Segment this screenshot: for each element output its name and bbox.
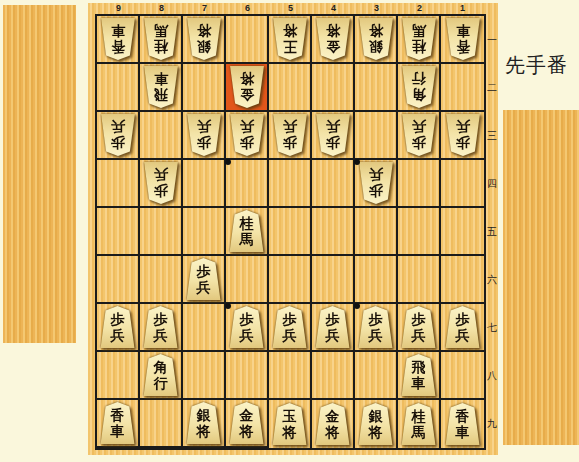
- piece-kanji: 金: [326, 409, 340, 424]
- square-4-3[interactable]: 歩兵: [312, 112, 355, 160]
- piece-sente-pawn[interactable]: 歩兵: [358, 306, 394, 348]
- hoshi-dot: [354, 303, 360, 309]
- piece-face: 銀将: [186, 18, 222, 60]
- piece-face: 歩兵: [445, 306, 481, 348]
- piece-face: 歩兵: [100, 114, 136, 156]
- piece-gote-gold[interactable]: 金将: [315, 18, 351, 60]
- square-4-1[interactable]: 金将: [312, 16, 355, 64]
- piece-kanji: 歩: [111, 135, 125, 150]
- piece-kanji: 桂: [240, 216, 254, 231]
- square-2-6[interactable]: [398, 256, 441, 304]
- piece-gote-silver[interactable]: 銀将: [186, 18, 222, 60]
- square-6-1[interactable]: [226, 16, 269, 64]
- square-6-2[interactable]: 金将: [226, 64, 269, 112]
- piece-kanji: 歩: [326, 135, 340, 150]
- rank-label-4: 四: [486, 160, 498, 208]
- square-6-4[interactable]: [226, 160, 269, 208]
- square-5-4[interactable]: [269, 160, 312, 208]
- piece-sente-pawn[interactable]: 歩兵: [272, 306, 308, 348]
- file-label-7: 7: [183, 3, 226, 14]
- piece-kanji: 車: [456, 425, 470, 440]
- piece-kanji: 車: [412, 376, 426, 391]
- square-7-8[interactable]: [183, 352, 226, 400]
- piece-face: 香車: [445, 403, 481, 445]
- rank-labels: 一二三四五六七八九: [486, 16, 498, 448]
- rank-label-5: 五: [486, 208, 498, 256]
- piece-gote-pawn[interactable]: 歩兵: [229, 114, 265, 156]
- square-6-9[interactable]: 金将: [226, 400, 269, 448]
- piece-kanji: 銀: [369, 39, 383, 54]
- piece-sente-knight[interactable]: 桂馬: [229, 210, 265, 252]
- piece-kanji: 兵: [197, 119, 211, 134]
- square-1-1[interactable]: 香車: [441, 16, 484, 64]
- square-1-9[interactable]: 香車: [441, 400, 484, 448]
- square-1-4[interactable]: [441, 160, 484, 208]
- piece-face: 歩兵: [272, 306, 308, 348]
- piece-face: 銀将: [358, 403, 394, 445]
- piece-kanji: 馬: [412, 23, 426, 38]
- piece-sente-silver[interactable]: 銀将: [358, 403, 394, 445]
- piece-kanji: 兵: [154, 167, 168, 182]
- piece-kanji: 兵: [369, 328, 383, 343]
- piece-kanji: 金: [240, 87, 254, 102]
- piece-sente-pawn[interactable]: 歩兵: [143, 306, 179, 348]
- piece-face: 歩兵: [358, 162, 394, 204]
- piece-kanji: 馬: [154, 23, 168, 38]
- hoshi-dot: [225, 159, 231, 165]
- square-6-7[interactable]: 歩兵: [226, 304, 269, 352]
- piece-kanji: 香: [111, 39, 125, 54]
- rank-label-7: 七: [486, 304, 498, 352]
- square-9-4[interactable]: [97, 160, 140, 208]
- square-6-8[interactable]: [226, 352, 269, 400]
- piece-face: 飛車: [143, 66, 179, 108]
- piece-kanji: 飛: [412, 360, 426, 375]
- piece-gote-pawn[interactable]: 歩兵: [143, 162, 179, 204]
- square-8-5[interactable]: [140, 208, 183, 256]
- rank-label-9: 九: [486, 400, 498, 448]
- rank-label-2: 二: [486, 64, 498, 112]
- piece-kanji: 歩: [369, 183, 383, 198]
- piece-kanji: 角: [154, 360, 168, 375]
- piece-kanji: 兵: [326, 119, 340, 134]
- square-8-7[interactable]: 歩兵: [140, 304, 183, 352]
- piece-sente-lance[interactable]: 香車: [445, 403, 481, 445]
- square-9-9[interactable]: 香車: [97, 400, 140, 448]
- square-7-6[interactable]: 歩兵: [183, 256, 226, 304]
- square-3-5[interactable]: [355, 208, 398, 256]
- piece-face: 歩兵: [272, 114, 308, 156]
- piece-kanji: 歩: [412, 135, 426, 150]
- square-1-6[interactable]: [441, 256, 484, 304]
- square-3-6[interactable]: [355, 256, 398, 304]
- piece-kanji: 将: [326, 23, 340, 38]
- piece-face: 金将: [315, 18, 351, 60]
- rank-label-8: 八: [486, 352, 498, 400]
- square-5-3[interactable]: 歩兵: [269, 112, 312, 160]
- piece-kanji: 歩: [283, 135, 297, 150]
- piece-kanji: 歩: [154, 183, 168, 198]
- piece-kanji: 歩: [197, 135, 211, 150]
- piece-face: 歩兵: [186, 258, 222, 300]
- file-label-5: 5: [269, 3, 312, 14]
- piece-face: 金将: [315, 403, 351, 445]
- piece-kanji: 歩: [369, 312, 383, 327]
- square-8-9[interactable]: [140, 400, 183, 448]
- piece-kanji: 兵: [283, 119, 297, 134]
- piece-kanji: 兵: [369, 167, 383, 182]
- piece-face: 歩兵: [100, 306, 136, 348]
- piece-kanji: 玉: [283, 409, 297, 424]
- piece-kanji: 歩: [412, 312, 426, 327]
- square-4-6[interactable]: [312, 256, 355, 304]
- piece-kanji: 飛: [154, 87, 168, 102]
- piece-kanji: 将: [283, 23, 297, 38]
- piece-kanji: 将: [240, 424, 254, 439]
- piece-kanji: 桂: [154, 39, 168, 54]
- square-5-6[interactable]: [269, 256, 312, 304]
- piece-kanji: 将: [240, 71, 254, 86]
- piece-gote-king[interactable]: 王将: [272, 18, 308, 60]
- sente-komadai[interactable]: [503, 110, 579, 445]
- piece-kanji: 車: [111, 424, 125, 439]
- piece-gote-silver[interactable]: 銀将: [358, 18, 394, 60]
- square-5-5[interactable]: [269, 208, 312, 256]
- piece-gote-rook[interactable]: 飛車: [143, 66, 179, 108]
- piece-gote-pawn[interactable]: 歩兵: [272, 114, 308, 156]
- square-3-4[interactable]: 歩兵: [355, 160, 398, 208]
- square-1-2[interactable]: [441, 64, 484, 112]
- square-4-4[interactable]: [312, 160, 355, 208]
- piece-face: 香車: [445, 18, 481, 60]
- piece-kanji: 将: [326, 425, 340, 440]
- square-6-6[interactable]: [226, 256, 269, 304]
- piece-face: 角行: [143, 354, 179, 396]
- piece-kanji: 歩: [240, 312, 254, 327]
- piece-face: 歩兵: [143, 306, 179, 348]
- square-9-1[interactable]: 香車: [97, 16, 140, 64]
- piece-kanji: 将: [197, 424, 211, 439]
- file-label-6: 6: [226, 3, 269, 14]
- piece-face: 金将: [229, 402, 265, 444]
- file-label-9: 9: [97, 3, 140, 14]
- piece-kanji: 歩: [154, 312, 168, 327]
- piece-sente-gold[interactable]: 金将: [315, 403, 351, 445]
- piece-gote-gold[interactable]: 金将: [229, 66, 265, 108]
- piece-kanji: 歩: [111, 312, 125, 327]
- turn-indicator: 先手番: [505, 52, 579, 79]
- square-6-5[interactable]: 桂馬: [226, 208, 269, 256]
- square-5-1[interactable]: 王将: [269, 16, 312, 64]
- piece-sente-rook[interactable]: 飛車: [401, 354, 437, 396]
- square-9-2[interactable]: [97, 64, 140, 112]
- piece-kanji: 兵: [412, 328, 426, 343]
- piece-face: 歩兵: [358, 306, 394, 348]
- piece-face: 香車: [100, 18, 136, 60]
- square-1-7[interactable]: 歩兵: [441, 304, 484, 352]
- piece-face: 桂馬: [401, 403, 437, 445]
- square-3-1[interactable]: 銀将: [355, 16, 398, 64]
- rank-label-6: 六: [486, 256, 498, 304]
- file-label-1: 1: [441, 3, 484, 14]
- square-2-5[interactable]: [398, 208, 441, 256]
- piece-kanji: 歩: [326, 312, 340, 327]
- square-8-8[interactable]: 角行: [140, 352, 183, 400]
- piece-sente-silver[interactable]: 銀将: [186, 402, 222, 444]
- square-6-3[interactable]: 歩兵: [226, 112, 269, 160]
- piece-kanji: 車: [154, 71, 168, 86]
- piece-kanji: 兵: [240, 328, 254, 343]
- piece-kanji: 歩: [240, 135, 254, 150]
- square-4-8[interactable]: [312, 352, 355, 400]
- piece-kanji: 将: [369, 23, 383, 38]
- piece-face: 飛車: [401, 354, 437, 396]
- square-8-2[interactable]: 飛車: [140, 64, 183, 112]
- piece-face: 歩兵: [315, 306, 351, 348]
- piece-face: 王将: [272, 18, 308, 60]
- square-7-2[interactable]: [183, 64, 226, 112]
- piece-kanji: 兵: [456, 328, 470, 343]
- piece-gote-knight[interactable]: 桂馬: [143, 18, 179, 60]
- gote-komadai[interactable]: [3, 5, 76, 343]
- piece-face: 歩兵: [229, 114, 265, 156]
- piece-face: 玉将: [272, 403, 308, 445]
- piece-face: 歩兵: [401, 306, 437, 348]
- piece-face: 歩兵: [315, 114, 351, 156]
- file-labels: 987654321: [95, 3, 488, 14]
- square-7-3[interactable]: 歩兵: [183, 112, 226, 160]
- piece-sente-pawn[interactable]: 歩兵: [445, 306, 481, 348]
- rank-label-3: 三: [486, 112, 498, 160]
- square-8-4[interactable]: 歩兵: [140, 160, 183, 208]
- square-5-7[interactable]: 歩兵: [269, 304, 312, 352]
- piece-gote-pawn[interactable]: 歩兵: [100, 114, 136, 156]
- piece-gote-lance[interactable]: 香車: [100, 18, 136, 60]
- piece-face: 歩兵: [229, 306, 265, 348]
- piece-kanji: 王: [283, 39, 297, 54]
- file-label-8: 8: [140, 3, 183, 14]
- square-3-8[interactable]: [355, 352, 398, 400]
- square-9-5[interactable]: [97, 208, 140, 256]
- piece-kanji: 金: [326, 39, 340, 54]
- square-2-1[interactable]: 桂馬: [398, 16, 441, 64]
- piece-kanji: 金: [240, 408, 254, 423]
- square-5-8[interactable]: [269, 352, 312, 400]
- square-5-9[interactable]: 玉将: [269, 400, 312, 448]
- piece-kanji: 馬: [240, 232, 254, 247]
- square-3-2[interactable]: [355, 64, 398, 112]
- piece-face: 香車: [100, 402, 136, 444]
- piece-kanji: 車: [111, 23, 125, 38]
- piece-sente-pawn[interactable]: 歩兵: [401, 306, 437, 348]
- square-7-9[interactable]: 銀将: [183, 400, 226, 448]
- square-1-8[interactable]: [441, 352, 484, 400]
- piece-kanji: 行: [412, 71, 426, 86]
- square-3-9[interactable]: 銀将: [355, 400, 398, 448]
- piece-gote-pawn[interactable]: 歩兵: [186, 114, 222, 156]
- piece-kanji: 兵: [326, 328, 340, 343]
- piece-kanji: 角: [412, 87, 426, 102]
- square-7-4[interactable]: [183, 160, 226, 208]
- square-4-9[interactable]: 金将: [312, 400, 355, 448]
- square-8-1[interactable]: 桂馬: [140, 16, 183, 64]
- piece-kanji: 歩: [197, 264, 211, 279]
- piece-kanji: 兵: [240, 119, 254, 134]
- piece-face: 銀将: [358, 18, 394, 60]
- square-9-6[interactable]: [97, 256, 140, 304]
- piece-face: 角行: [401, 66, 437, 108]
- piece-kanji: 兵: [456, 119, 470, 134]
- file-label-4: 4: [312, 3, 355, 14]
- piece-face: 歩兵: [143, 162, 179, 204]
- piece-kanji: 銀: [369, 409, 383, 424]
- piece-kanji: 馬: [412, 425, 426, 440]
- square-2-7[interactable]: 歩兵: [398, 304, 441, 352]
- square-8-3[interactable]: [140, 112, 183, 160]
- square-2-3[interactable]: 歩兵: [398, 112, 441, 160]
- square-9-7[interactable]: 歩兵: [97, 304, 140, 352]
- square-4-2[interactable]: [312, 64, 355, 112]
- square-7-1[interactable]: 銀将: [183, 16, 226, 64]
- rank-label-1: 一: [486, 16, 498, 64]
- piece-face: 桂馬: [143, 18, 179, 60]
- square-2-9[interactable]: 桂馬: [398, 400, 441, 448]
- piece-gote-pawn[interactable]: 歩兵: [401, 114, 437, 156]
- square-4-5[interactable]: [312, 208, 355, 256]
- square-2-2[interactable]: 角行: [398, 64, 441, 112]
- piece-kanji: 兵: [111, 119, 125, 134]
- piece-sente-king[interactable]: 玉将: [272, 403, 308, 445]
- square-3-3[interactable]: [355, 112, 398, 160]
- square-4-7[interactable]: 歩兵: [312, 304, 355, 352]
- piece-kanji: 桂: [412, 409, 426, 424]
- piece-face: 歩兵: [401, 114, 437, 156]
- piece-kanji: 桂: [412, 39, 426, 54]
- square-5-2[interactable]: [269, 64, 312, 112]
- piece-face: 歩兵: [186, 114, 222, 156]
- piece-kanji: 将: [369, 425, 383, 440]
- piece-kanji: 香: [456, 39, 470, 54]
- file-label-3: 3: [355, 3, 398, 14]
- piece-sente-pawn[interactable]: 歩兵: [100, 306, 136, 348]
- piece-kanji: 香: [111, 408, 125, 423]
- piece-gote-pawn[interactable]: 歩兵: [315, 114, 351, 156]
- piece-kanji: 兵: [154, 328, 168, 343]
- piece-kanji: 兵: [412, 119, 426, 134]
- piece-kanji: 将: [283, 425, 297, 440]
- piece-kanji: 兵: [283, 328, 297, 343]
- piece-sente-knight[interactable]: 桂馬: [401, 403, 437, 445]
- piece-kanji: 香: [456, 409, 470, 424]
- piece-face: 銀将: [186, 402, 222, 444]
- piece-face: 桂馬: [229, 210, 265, 252]
- piece-kanji: 兵: [111, 328, 125, 343]
- square-9-8[interactable]: [97, 352, 140, 400]
- piece-kanji: 兵: [197, 280, 211, 295]
- square-9-3[interactable]: 歩兵: [97, 112, 140, 160]
- square-8-6[interactable]: [140, 256, 183, 304]
- shogi-board: 987654321 香車桂馬銀将王将金将銀将桂馬香車飛車金将角行歩兵歩兵歩兵歩兵…: [88, 3, 498, 455]
- piece-kanji: 歩: [456, 135, 470, 150]
- piece-gote-pawn[interactable]: 歩兵: [445, 114, 481, 156]
- piece-sente-pawn[interactable]: 歩兵: [229, 306, 265, 348]
- piece-kanji: 銀: [197, 408, 211, 423]
- board-grid: 香車桂馬銀将王将金将銀将桂馬香車飛車金将角行歩兵歩兵歩兵歩兵歩兵歩兵歩兵歩兵歩兵…: [95, 14, 486, 450]
- hoshi-dot: [225, 303, 231, 309]
- piece-gote-lance[interactable]: 香車: [445, 18, 481, 60]
- piece-kanji: 車: [456, 23, 470, 38]
- piece-face: 歩兵: [445, 114, 481, 156]
- piece-kanji: 銀: [197, 39, 211, 54]
- piece-sente-bishop[interactable]: 角行: [143, 354, 179, 396]
- piece-sente-gold[interactable]: 金将: [229, 402, 265, 444]
- piece-gote-pawn[interactable]: 歩兵: [358, 162, 394, 204]
- hoshi-dot: [354, 159, 360, 165]
- square-1-5[interactable]: [441, 208, 484, 256]
- square-2-4[interactable]: [398, 160, 441, 208]
- piece-face: 桂馬: [401, 18, 437, 60]
- square-7-5[interactable]: [183, 208, 226, 256]
- piece-gote-knight[interactable]: 桂馬: [401, 18, 437, 60]
- file-label-2: 2: [398, 3, 441, 14]
- piece-sente-pawn[interactable]: 歩兵: [315, 306, 351, 348]
- piece-gote-bishop[interactable]: 角行: [401, 66, 437, 108]
- square-3-7[interactable]: 歩兵: [355, 304, 398, 352]
- piece-kanji: 歩: [456, 312, 470, 327]
- square-2-8[interactable]: 飛車: [398, 352, 441, 400]
- square-7-7[interactable]: [183, 304, 226, 352]
- piece-kanji: 行: [154, 376, 168, 391]
- piece-kanji: 将: [197, 23, 211, 38]
- piece-sente-pawn[interactable]: 歩兵: [186, 258, 222, 300]
- piece-face: 金将: [229, 66, 265, 108]
- piece-sente-lance[interactable]: 香車: [100, 402, 136, 444]
- square-1-3[interactable]: 歩兵: [441, 112, 484, 160]
- piece-kanji: 歩: [283, 312, 297, 327]
